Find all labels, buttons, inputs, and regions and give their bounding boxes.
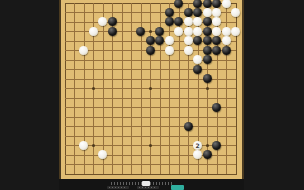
white-stone <box>98 150 107 159</box>
star-point <box>92 87 95 90</box>
black-stone <box>146 36 155 45</box>
star-point <box>149 144 152 147</box>
black-stone <box>193 8 202 17</box>
black-stone <box>203 150 212 159</box>
black-stone <box>212 36 221 45</box>
letterbox-right <box>244 0 304 190</box>
black-stone <box>165 8 174 17</box>
star-point <box>206 87 209 90</box>
star-point <box>149 30 152 33</box>
accent-action-button[interactable] <box>171 185 184 190</box>
white-stone <box>222 27 231 36</box>
black-stone <box>193 0 202 8</box>
white-stone <box>184 36 193 45</box>
grid-line-vertical <box>169 3 170 175</box>
black-stone <box>222 46 231 55</box>
white-stone <box>212 8 221 17</box>
black-stone <box>193 36 202 45</box>
white-stone <box>79 141 88 150</box>
video-frame: 2 <box>0 0 304 190</box>
grid-line-horizontal <box>65 126 237 127</box>
white-stone <box>222 0 231 8</box>
black-stone <box>184 122 193 131</box>
black-stone <box>108 17 117 26</box>
white-stone <box>231 8 240 17</box>
white-stone <box>184 17 193 26</box>
move-number-label: 2 <box>193 141 202 150</box>
black-stone <box>203 74 212 83</box>
white-stone <box>193 150 202 159</box>
black-stone <box>212 103 221 112</box>
black-stone <box>184 8 193 17</box>
white-stone: 2 <box>193 141 202 150</box>
current-move-chip <box>142 181 150 186</box>
grid-line-horizontal <box>65 174 237 175</box>
black-stone <box>155 36 164 45</box>
white-stone <box>89 27 98 36</box>
go-board[interactable]: 2 <box>61 0 242 179</box>
black-stone <box>203 55 212 64</box>
nav-forward-buttons[interactable] <box>137 186 159 190</box>
black-stone <box>193 65 202 74</box>
white-stone <box>184 46 193 55</box>
white-stone <box>165 36 174 45</box>
letterbox-left <box>0 0 59 190</box>
black-stone <box>203 27 212 36</box>
nav-forward-glyphs <box>139 187 157 189</box>
black-stone <box>165 17 174 26</box>
black-stone <box>203 0 212 8</box>
black-stone <box>146 46 155 55</box>
grid-line-horizontal <box>65 98 237 99</box>
grid-line-horizontal <box>65 136 237 137</box>
star-point <box>206 144 209 147</box>
black-stone <box>174 0 183 8</box>
white-stone <box>222 36 231 45</box>
black-stone <box>212 141 221 150</box>
player-control-bar <box>61 179 242 190</box>
white-stone <box>203 8 212 17</box>
black-stone <box>174 17 183 26</box>
star-point <box>149 87 152 90</box>
white-stone <box>184 27 193 36</box>
grid-line-horizontal <box>65 164 237 165</box>
nav-back-buttons[interactable] <box>107 186 129 190</box>
grid-line-horizontal <box>65 107 237 108</box>
white-stone <box>193 55 202 64</box>
white-stone <box>174 27 183 36</box>
black-stone <box>212 0 221 8</box>
white-stone <box>165 46 174 55</box>
star-point <box>92 144 95 147</box>
white-stone <box>193 17 202 26</box>
white-stone <box>231 27 240 36</box>
black-stone <box>212 46 221 55</box>
black-stone <box>108 27 117 36</box>
black-stone <box>203 17 212 26</box>
nav-back-glyphs <box>109 187 127 189</box>
black-stone <box>155 27 164 36</box>
black-stone <box>203 36 212 45</box>
white-stone <box>212 17 221 26</box>
black-stone <box>203 46 212 55</box>
black-stone <box>136 27 145 36</box>
white-stone <box>212 27 221 36</box>
white-stone <box>79 46 88 55</box>
white-stone <box>98 17 107 26</box>
white-stone <box>193 27 202 36</box>
grid-line-horizontal <box>65 117 237 118</box>
